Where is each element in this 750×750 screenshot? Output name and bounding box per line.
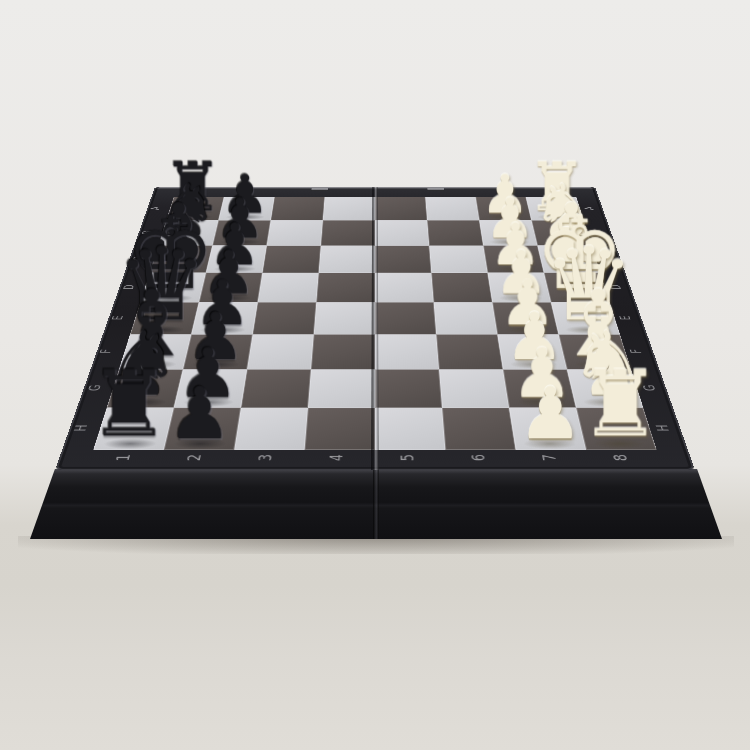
square-g5 bbox=[321, 220, 375, 245]
square-b4 bbox=[375, 369, 442, 407]
square-h5 bbox=[323, 197, 375, 220]
front-coordinate-label-1: 1 bbox=[115, 454, 134, 461]
square-e3 bbox=[431, 273, 492, 303]
square-a7: ♟ bbox=[164, 408, 241, 450]
square-d6 bbox=[253, 302, 317, 334]
square-c6 bbox=[247, 334, 314, 369]
square-g4 bbox=[375, 220, 429, 245]
square-c3 bbox=[436, 334, 503, 369]
black-pawn: ♟ bbox=[167, 380, 232, 446]
white-rook: ♜ bbox=[579, 362, 661, 446]
square-b3 bbox=[439, 369, 509, 407]
square-h3 bbox=[425, 197, 479, 220]
hinge-left bbox=[311, 188, 328, 191]
front-coordinate-label-3: 3 bbox=[257, 454, 275, 461]
square-d3 bbox=[434, 302, 498, 334]
square-f5 bbox=[319, 246, 375, 273]
square-g6 bbox=[267, 220, 323, 245]
front-coordinate-label-4: 4 bbox=[328, 454, 345, 461]
square-a4 bbox=[375, 408, 445, 450]
square-a1: ♜ bbox=[576, 408, 656, 450]
square-f6 bbox=[262, 246, 321, 273]
square-a3 bbox=[442, 408, 516, 450]
square-h4 bbox=[375, 197, 427, 220]
front-coordinate-label-5: 5 bbox=[399, 454, 416, 461]
square-c5 bbox=[311, 334, 375, 369]
square-a6 bbox=[234, 408, 308, 450]
front-coordinate-label-8: 8 bbox=[612, 454, 631, 461]
square-b5 bbox=[308, 369, 375, 407]
square-e5 bbox=[316, 273, 375, 303]
square-d4 bbox=[375, 302, 436, 334]
square-a5 bbox=[305, 408, 375, 450]
square-f4 bbox=[375, 246, 431, 273]
square-g3 bbox=[427, 220, 483, 245]
front-coordinate-label-7: 7 bbox=[541, 454, 559, 461]
black-rook: ♜ bbox=[89, 362, 171, 446]
square-c4 bbox=[375, 334, 439, 369]
product-photo-scene: ♜♟♟♜♞♟♟♞♝♟♟♝♚♟♟♚♛♟♟♛♝♟♟♝♞♟♟♞♜♟♟♜ 1234567… bbox=[0, 0, 750, 750]
square-d5 bbox=[314, 302, 375, 334]
hinge-right bbox=[427, 188, 444, 191]
front-coordinate-label-2: 2 bbox=[186, 454, 204, 461]
white-pawn: ♟ bbox=[518, 380, 583, 446]
front-coordinate-label-6: 6 bbox=[470, 454, 488, 461]
square-e4 bbox=[375, 273, 434, 303]
square-h6 bbox=[271, 197, 325, 220]
square-a8: ♜ bbox=[93, 408, 173, 450]
board-front-face bbox=[30, 469, 722, 539]
square-b6 bbox=[241, 369, 311, 407]
fold-seam bbox=[371, 187, 379, 470]
square-a2: ♟ bbox=[509, 408, 586, 450]
square-f3 bbox=[429, 246, 488, 273]
square-e6 bbox=[258, 273, 319, 303]
chess-board: ♜♟♟♜♞♟♟♞♝♟♟♝♚♟♟♚♛♟♟♛♝♟♟♝♞♟♟♞♜♟♟♜ 1234567… bbox=[55, 187, 695, 470]
